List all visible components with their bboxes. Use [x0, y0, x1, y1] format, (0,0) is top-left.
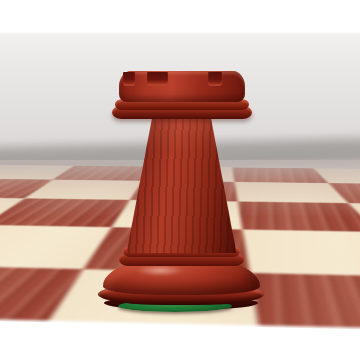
crenellation-notch	[208, 72, 222, 86]
photo-stage: ♜	[0, 0, 360, 360]
rook-column-woodgrain	[126, 115, 237, 253]
red-rook-piece: ♜	[0, 0, 360, 360]
rook-turret-head	[119, 71, 245, 102]
crenellation-notch	[123, 72, 135, 86]
crenellation-notch	[147, 72, 168, 86]
